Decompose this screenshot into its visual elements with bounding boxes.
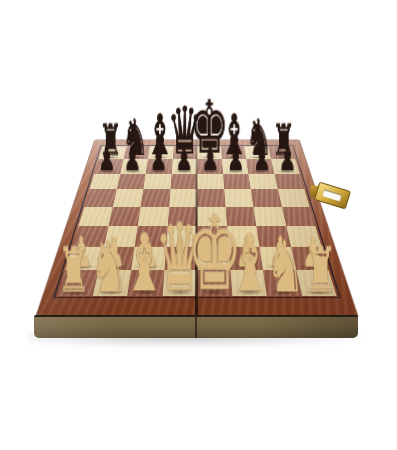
square-h4[interactable] <box>281 207 315 226</box>
chess-set-photo: ♜♞♝♛♚♝♞♜♟♟♟♟♟♟♟♟♟♟♟♟♟♟♟♟♜♞♝♛♚♝♞♜ <box>0 0 397 450</box>
piece-white-king-e1[interactable]: ♚ <box>197 270 232 296</box>
folding-chess-board: ♜♞♝♛♚♝♞♜♟♟♟♟♟♟♟♟♟♟♟♟♟♟♟♟♜♞♝♛♚♝♞♜ <box>36 140 358 317</box>
king-glyph: ♚ <box>187 201 243 305</box>
pawn-glyph: ♟ <box>201 143 219 176</box>
rook-glyph: ♜ <box>304 239 337 301</box>
square-g5[interactable] <box>251 189 282 206</box>
piece-black-pawn-e7[interactable]: ♟ <box>197 159 223 173</box>
pawn-glyph: ♟ <box>279 143 297 176</box>
square-a4[interactable] <box>79 207 113 226</box>
square-e6[interactable] <box>197 174 224 190</box>
square-b6[interactable] <box>116 174 145 190</box>
board-scene: ♜♞♝♛♚♝♞♜♟♟♟♟♟♟♟♟♟♟♟♟♟♟♟♟♜♞♝♛♚♝♞♜ <box>36 0 358 317</box>
pawn-glyph: ♟ <box>175 143 193 176</box>
pawn-glyph: ♟ <box>98 143 116 176</box>
square-h6[interactable] <box>274 174 304 190</box>
square-h5[interactable] <box>278 189 310 206</box>
pawn-glyph: ♟ <box>253 143 271 176</box>
pawn-glyph: ♟ <box>124 143 142 176</box>
pawn-glyph: ♟ <box>149 143 167 176</box>
square-a5[interactable] <box>84 189 116 206</box>
square-g6[interactable] <box>248 174 277 190</box>
square-d6[interactable] <box>170 174 197 190</box>
square-c6[interactable] <box>143 174 171 190</box>
rook-glyph: ♜ <box>57 239 90 301</box>
square-b5[interactable] <box>113 189 144 206</box>
box-front-seam <box>195 317 197 338</box>
pawn-glyph: ♟ <box>227 143 245 176</box>
square-a6[interactable] <box>90 174 120 190</box>
knight-glyph: ♞ <box>266 231 305 303</box>
box-front-side <box>34 315 358 338</box>
square-f6[interactable] <box>223 174 251 190</box>
